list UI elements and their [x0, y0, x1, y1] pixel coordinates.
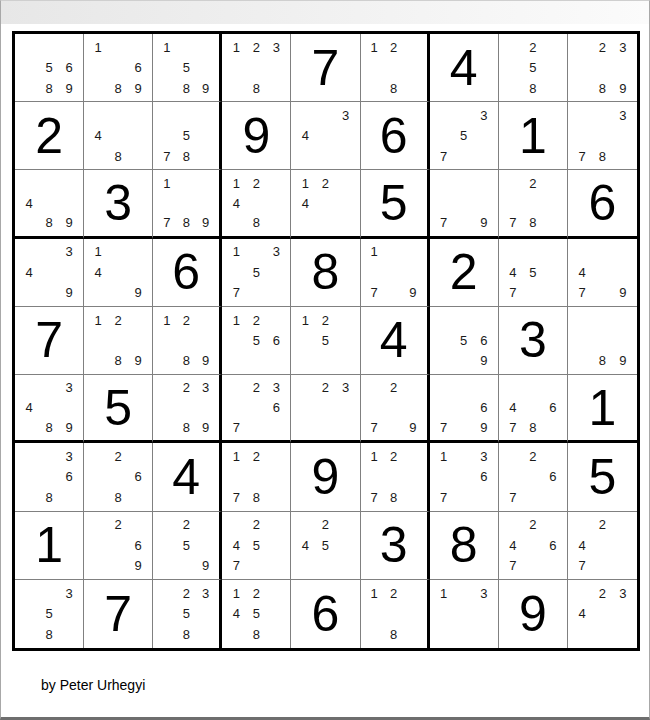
cell-value: 5 — [361, 170, 427, 235]
candidate-digit: 3 — [613, 105, 633, 125]
candidate-digit: 6 — [543, 535, 563, 555]
candidate-digit — [226, 378, 246, 398]
candidate-grid: 79 — [430, 170, 498, 235]
candidate-digit: 3 — [196, 583, 215, 604]
candidate-digit: 9 — [196, 78, 215, 98]
cell-r6c1[interactable]: 3489 — [15, 375, 84, 443]
cell-value: 4 — [153, 443, 219, 510]
candidate-digit — [572, 78, 592, 98]
cell-r9c4[interactable]: 12458 — [222, 580, 291, 648]
cell-value: 4 — [361, 307, 427, 374]
candidate-digit — [474, 193, 494, 213]
candidate-digit — [613, 624, 633, 645]
cell-r6c3[interactable]: 2389 — [153, 375, 222, 443]
cell-r5c9[interactable]: 89 — [568, 307, 637, 375]
cell-r8c9[interactable]: 247 — [568, 512, 637, 580]
candidate-digit — [454, 173, 474, 193]
candidate-digit: 2 — [246, 446, 266, 466]
candidate-digit — [19, 467, 39, 487]
candidate-digit: 1 — [365, 446, 384, 466]
candidate-digit — [295, 418, 315, 438]
candidate-digit — [128, 487, 148, 507]
cell-r7c3[interactable]: 4 — [153, 443, 222, 511]
candidate-digit: 8 — [246, 487, 266, 507]
candidate-grid: 149 — [84, 239, 152, 306]
cell-r6c4[interactable]: 2367 — [222, 375, 291, 443]
cell-r3c3[interactable]: 1789 — [153, 170, 222, 238]
candidate-grid: 34 — [291, 102, 359, 169]
cell-r4c8[interactable]: 457 — [499, 239, 568, 307]
cell-value: 4 — [430, 34, 498, 101]
candidate-digit — [613, 515, 633, 535]
candidate-digit: 1 — [295, 310, 315, 330]
candidate-digit: 1 — [434, 583, 454, 604]
candidate-digit — [88, 330, 108, 350]
candidate-digit: 8 — [39, 487, 59, 507]
candidate-digit: 2 — [384, 446, 403, 466]
cell-r5c3[interactable]: 1289 — [153, 307, 222, 375]
candidate-digit — [59, 193, 79, 213]
cell-r8c5[interactable]: 245 — [291, 512, 360, 580]
candidate-digit — [266, 515, 286, 535]
candidate-digit: 9 — [196, 213, 215, 233]
cell-r9c3[interactable]: 2358 — [153, 580, 222, 648]
cell-r8c8[interactable]: 2467 — [499, 512, 568, 580]
candidate-digit: 8 — [592, 146, 612, 166]
candidate-digit: 4 — [226, 535, 246, 555]
candidate-digit — [295, 398, 315, 418]
candidate-digit: 8 — [592, 351, 612, 371]
cell-r5c8[interactable]: 3 — [499, 307, 568, 375]
candidate-digit — [434, 105, 454, 125]
candidate-digit: 8 — [177, 78, 196, 98]
candidate-digit: 8 — [523, 213, 543, 233]
candidate-digit: 7 — [572, 555, 592, 575]
candidate-digit: 7 — [157, 146, 176, 166]
candidate-digit — [266, 418, 286, 438]
candidate-digit — [384, 604, 403, 625]
candidate-grid: 13 — [430, 580, 498, 648]
candidate-digit: 1 — [88, 310, 108, 330]
cell-value: 1 — [15, 512, 83, 579]
candidate-digit — [454, 310, 474, 330]
candidate-digit — [572, 57, 592, 77]
candidate-digit — [88, 467, 108, 487]
candidate-digit: 7 — [503, 555, 523, 575]
candidate-digit — [226, 515, 246, 535]
candidate-digit — [503, 57, 523, 77]
cell-r7c2[interactable]: 268 — [84, 443, 153, 511]
candidate-digit — [39, 262, 59, 282]
candidate-digit — [157, 555, 176, 575]
candidate-digit — [315, 398, 335, 418]
candidate-digit — [434, 378, 454, 398]
candidate-digit: 3 — [59, 446, 79, 466]
candidate-grid: 1789 — [153, 170, 219, 235]
cell-r9c2[interactable]: 7 — [84, 580, 153, 648]
candidate-digit: 7 — [434, 213, 454, 233]
cell-r5c1[interactable]: 7 — [15, 307, 84, 375]
candidate-digit: 6 — [266, 398, 286, 418]
candidate-digit: 2 — [177, 310, 196, 330]
candidate-digit — [613, 310, 633, 330]
cell-r2c8[interactable]: 1 — [499, 102, 568, 170]
candidate-digit — [128, 262, 148, 282]
candidate-grid: 268 — [84, 443, 152, 510]
candidate-digit: 1 — [88, 37, 108, 57]
candidate-digit — [246, 57, 266, 77]
candidate-digit — [336, 351, 356, 371]
candidate-digit — [315, 555, 335, 575]
candidate-digit — [613, 555, 633, 575]
cell-r1c7[interactable]: 4 — [430, 34, 499, 102]
candidate-digit — [177, 330, 196, 350]
candidate-digit: 6 — [474, 467, 494, 487]
cell-r8c6[interactable]: 3 — [361, 512, 430, 580]
cell-r1c5[interactable]: 7 — [291, 34, 360, 102]
candidate-digit — [128, 105, 148, 125]
candidate-digit: 6 — [128, 467, 148, 487]
candidate-grid: 378 — [568, 102, 637, 169]
candidate-digit: 9 — [613, 282, 633, 302]
cell-r3c7[interactable]: 79 — [430, 170, 499, 238]
candidate-digit: 3 — [266, 378, 286, 398]
candidate-grid: 234 — [568, 580, 637, 648]
candidate-digit — [157, 126, 176, 146]
cell-r9c1[interactable]: 358 — [15, 580, 84, 648]
sudoku-board: 5689168915891238712842582389248578934635… — [12, 31, 640, 651]
cell-r3c4[interactable]: 1248 — [222, 170, 291, 238]
cell-r9c6[interactable]: 128 — [361, 580, 430, 648]
candidate-digit — [613, 126, 633, 146]
candidate-digit: 1 — [226, 37, 246, 57]
cell-r4c1[interactable]: 349 — [15, 239, 84, 307]
candidate-digit: 4 — [88, 262, 108, 282]
candidate-grid: 1278 — [361, 443, 427, 510]
candidate-digit — [128, 37, 148, 57]
candidate-digit: 5 — [454, 126, 474, 146]
candidate-grid: 23 — [291, 375, 359, 440]
candidate-digit: 7 — [572, 282, 592, 302]
cell-r9c8[interactable]: 9 — [499, 580, 568, 648]
candidate-digit — [88, 105, 108, 125]
candidate-digit — [523, 193, 543, 213]
candidate-digit — [503, 242, 523, 262]
candidate-digit: 3 — [336, 378, 356, 398]
candidate-digit — [59, 487, 79, 507]
candidate-digit — [572, 515, 592, 535]
cell-r8c3[interactable]: 259 — [153, 512, 222, 580]
candidate-grid: 125 — [291, 307, 359, 374]
candidate-digit — [454, 378, 474, 398]
candidate-digit: 2 — [384, 37, 403, 57]
candidate-digit — [266, 193, 286, 213]
cell-r1c2[interactable]: 1689 — [84, 34, 153, 102]
candidate-digit: 8 — [177, 624, 196, 645]
candidate-digit — [434, 624, 454, 645]
cell-r1c6[interactable]: 128 — [361, 34, 430, 102]
candidate-digit: 6 — [266, 330, 286, 350]
candidate-digit — [196, 604, 215, 625]
cell-value: 9 — [222, 102, 290, 169]
candidate-grid: 1589 — [153, 34, 219, 101]
candidate-grid: 1289 — [153, 307, 219, 374]
cell-r2c1[interactable]: 2 — [15, 102, 84, 170]
candidate-digit: 9 — [128, 351, 148, 371]
candidate-digit: 2 — [523, 446, 543, 466]
candidate-digit: 9 — [128, 555, 148, 575]
cell-r5c4[interactable]: 1256 — [222, 307, 291, 375]
cell-r2c3[interactable]: 578 — [153, 102, 222, 170]
cell-r4c7[interactable]: 2 — [430, 239, 499, 307]
cell-r7c7[interactable]: 1367 — [430, 443, 499, 511]
candidate-digit: 4 — [503, 262, 523, 282]
candidate-digit: 3 — [59, 242, 79, 262]
candidate-digit — [108, 37, 128, 57]
cell-r8c7[interactable]: 8 — [430, 512, 499, 580]
cell-r8c2[interactable]: 269 — [84, 512, 153, 580]
candidate-digit: 3 — [266, 242, 286, 262]
cell-r1c1[interactable]: 5689 — [15, 34, 84, 102]
cell-r3c5[interactable]: 124 — [291, 170, 360, 238]
cell-r8c4[interactable]: 2457 — [222, 512, 291, 580]
candidate-digit: 3 — [613, 583, 633, 604]
candidate-digit — [226, 330, 246, 350]
candidate-digit: 7 — [503, 418, 523, 438]
candidate-grid: 2467 — [499, 512, 567, 579]
candidate-digit — [226, 78, 246, 98]
cell-r6c9[interactable]: 1 — [568, 375, 637, 443]
candidate-digit: 2 — [108, 446, 128, 466]
candidate-digit — [39, 467, 59, 487]
candidate-digit — [503, 193, 523, 213]
candidate-digit — [19, 173, 39, 193]
candidate-grid: 1357 — [222, 239, 290, 306]
candidate-grid: 1248 — [222, 170, 290, 235]
candidate-digit — [403, 398, 422, 418]
cell-r4c6[interactable]: 179 — [361, 239, 430, 307]
candidate-digit: 9 — [403, 418, 422, 438]
candidate-digit — [592, 555, 612, 575]
candidate-digit: 7 — [572, 146, 592, 166]
cell-r5c7[interactable]: 569 — [430, 307, 499, 375]
candidate-digit — [295, 213, 315, 233]
candidate-grid: 1689 — [84, 34, 152, 101]
cell-value: 8 — [430, 512, 498, 579]
cell-r5c5[interactable]: 125 — [291, 307, 360, 375]
candidate-digit: 1 — [226, 173, 246, 193]
cell-r2c4[interactable]: 9 — [222, 102, 291, 170]
candidate-digit — [19, 242, 39, 262]
cell-r7c5[interactable]: 9 — [291, 443, 360, 511]
candidate-digit — [503, 467, 523, 487]
candidate-digit — [39, 446, 59, 466]
candidate-digit: 2 — [177, 378, 196, 398]
candidate-digit: 1 — [365, 583, 384, 604]
cell-r5c6[interactable]: 4 — [361, 307, 430, 375]
candidate-digit: 2 — [523, 37, 543, 57]
candidate-digit — [246, 418, 266, 438]
candidate-digit — [454, 604, 474, 625]
cell-r2c7[interactable]: 357 — [430, 102, 499, 170]
cell-r4c3[interactable]: 6 — [153, 239, 222, 307]
cell-r7c8[interactable]: 267 — [499, 443, 568, 511]
candidate-digit: 4 — [295, 193, 315, 213]
candidate-digit — [266, 282, 286, 302]
candidate-digit — [523, 242, 543, 262]
candidate-digit: 3 — [336, 105, 356, 125]
candidate-grid: 269 — [84, 512, 152, 579]
candidate-digit — [295, 105, 315, 125]
candidate-digit — [39, 242, 59, 262]
candidate-digit — [19, 446, 39, 466]
candidate-digit — [108, 282, 128, 302]
cell-r2c2[interactable]: 48 — [84, 102, 153, 170]
candidate-digit — [336, 535, 356, 555]
cell-r6c2[interactable]: 5 — [84, 375, 153, 443]
candidate-digit — [39, 583, 59, 604]
cell-r3c6[interactable]: 5 — [361, 170, 430, 238]
cell-r1c8[interactable]: 258 — [499, 34, 568, 102]
candidate-digit — [613, 146, 633, 166]
candidate-digit: 1 — [157, 310, 176, 330]
candidate-digit — [454, 146, 474, 166]
candidate-grid: 578 — [153, 102, 219, 169]
cell-r9c5[interactable]: 6 — [291, 580, 360, 648]
candidate-digit: 4 — [572, 262, 592, 282]
candidate-digit — [157, 330, 176, 350]
cell-r6c6[interactable]: 279 — [361, 375, 430, 443]
cell-r7c9[interactable]: 5 — [568, 443, 637, 511]
candidate-digit: 8 — [108, 146, 128, 166]
candidate-digit — [523, 282, 543, 302]
candidate-digit — [613, 57, 633, 77]
cell-r7c1[interactable]: 368 — [15, 443, 84, 511]
candidate-digit — [572, 310, 592, 330]
candidate-digit — [128, 242, 148, 262]
candidate-digit — [266, 173, 286, 193]
candidate-digit — [403, 467, 422, 487]
candidate-digit: 8 — [108, 487, 128, 507]
cell-r2c5[interactable]: 34 — [291, 102, 360, 170]
cell-r9c9[interactable]: 234 — [568, 580, 637, 648]
cell-r1c9[interactable]: 2389 — [568, 34, 637, 102]
candidate-digit: 1 — [226, 242, 246, 262]
cell-r7c6[interactable]: 1278 — [361, 443, 430, 511]
cell-value: 1 — [499, 102, 567, 169]
cell-r6c8[interactable]: 4678 — [499, 375, 568, 443]
candidate-digit — [543, 262, 563, 282]
candidate-digit — [474, 378, 494, 398]
candidate-digit — [177, 555, 196, 575]
candidate-digit — [315, 213, 335, 233]
candidate-digit — [613, 604, 633, 625]
candidate-digit: 9 — [474, 351, 494, 371]
candidate-digit: 5 — [246, 330, 266, 350]
cell-r3c1[interactable]: 489 — [15, 170, 84, 238]
cell-r4c9[interactable]: 479 — [568, 239, 637, 307]
candidate-digit — [454, 193, 474, 213]
cell-r6c7[interactable]: 679 — [430, 375, 499, 443]
candidate-digit — [246, 398, 266, 418]
cell-r3c9[interactable]: 6 — [568, 170, 637, 238]
candidate-digit — [157, 604, 176, 625]
cell-r4c5[interactable]: 8 — [291, 239, 360, 307]
candidate-digit — [157, 57, 176, 77]
candidate-digit — [365, 624, 384, 645]
cell-r4c4[interactable]: 1357 — [222, 239, 291, 307]
cell-r2c6[interactable]: 6 — [361, 102, 430, 170]
candidate-digit — [503, 378, 523, 398]
candidate-digit: 2 — [315, 173, 335, 193]
candidate-digit: 8 — [523, 78, 543, 98]
candidate-digit — [336, 330, 356, 350]
candidate-digit: 2 — [246, 173, 266, 193]
candidate-digit: 3 — [266, 37, 286, 57]
candidate-digit: 5 — [454, 330, 474, 350]
candidate-digit: 4 — [19, 193, 39, 213]
candidate-digit: 5 — [523, 262, 543, 282]
cell-r1c3[interactable]: 1589 — [153, 34, 222, 102]
cell-r5c2[interactable]: 1289 — [84, 307, 153, 375]
candidate-digit — [403, 378, 422, 398]
cell-r1c4[interactable]: 1238 — [222, 34, 291, 102]
cell-r3c8[interactable]: 278 — [499, 170, 568, 238]
candidate-digit — [295, 515, 315, 535]
candidate-digit — [403, 446, 422, 466]
candidate-digit — [246, 555, 266, 575]
candidate-digit: 2 — [592, 583, 612, 604]
candidate-digit: 8 — [246, 78, 266, 98]
candidate-grid: 349 — [15, 239, 83, 306]
candidate-digit — [365, 262, 384, 282]
candidate-digit — [572, 37, 592, 57]
candidate-digit — [266, 57, 286, 77]
candidate-digit: 1 — [434, 446, 454, 466]
candidate-digit — [128, 446, 148, 466]
candidate-digit — [196, 37, 215, 57]
candidate-grid: 5689 — [15, 34, 83, 101]
candidate-digit — [266, 262, 286, 282]
candidate-digit: 1 — [226, 310, 246, 330]
cell-r6c5[interactable]: 23 — [291, 375, 360, 443]
cell-value: 5 — [84, 375, 152, 440]
cell-r7c4[interactable]: 1278 — [222, 443, 291, 511]
candidate-digit: 5 — [246, 535, 266, 555]
candidate-digit — [196, 193, 215, 213]
page: 5689168915891238712842582389248578934635… — [0, 0, 650, 720]
candidate-digit — [523, 378, 543, 398]
cell-r3c2[interactable]: 3 — [84, 170, 153, 238]
candidate-digit — [572, 242, 592, 262]
candidate-digit — [434, 398, 454, 418]
candidate-digit — [177, 173, 196, 193]
candidate-digit: 7 — [365, 487, 384, 507]
candidate-digit: 3 — [474, 446, 494, 466]
cell-value: 6 — [568, 170, 637, 235]
candidate-grid: 1289 — [84, 307, 152, 374]
candidate-digit — [592, 604, 612, 625]
candidate-digit — [315, 351, 335, 371]
cell-r4c2[interactable]: 149 — [84, 239, 153, 307]
cell-r2c9[interactable]: 378 — [568, 102, 637, 170]
candidate-digit — [336, 555, 356, 575]
candidate-digit — [88, 487, 108, 507]
candidate-digit: 5 — [177, 604, 196, 625]
cell-r9c7[interactable]: 13 — [430, 580, 499, 648]
cell-r8c1[interactable]: 1 — [15, 512, 84, 580]
candidate-digit — [592, 242, 612, 262]
